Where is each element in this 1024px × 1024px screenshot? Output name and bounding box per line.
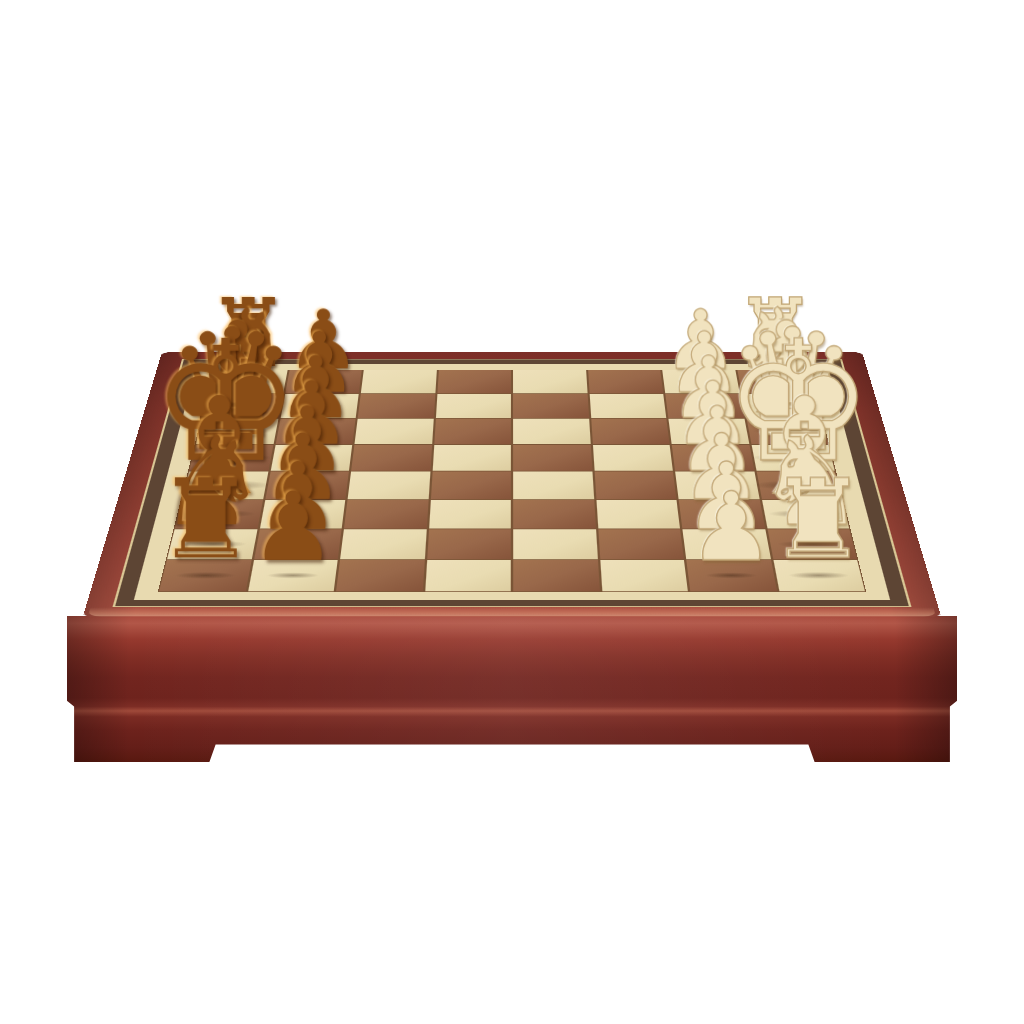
square-a4[interactable] — [513, 370, 587, 393]
white-rook-glyph: ♜ — [699, 466, 937, 576]
square-b4[interactable] — [513, 394, 589, 418]
square-d5[interactable] — [432, 445, 511, 471]
chess-board: ♜♟♟♜♞♟♟♞♝♟♟♝♛♟♟♛♚♟♟♚♝♟♟♝♞♟♟♞♜♟♟♜ — [83, 352, 942, 617]
square-h5[interactable] — [425, 560, 511, 591]
square-h1[interactable]: ♜ — [773, 560, 865, 591]
chess-set-photo: ♜♟♟♜♞♟♟♞♝♟♟♝♛♟♟♛♚♟♟♚♝♟♟♝♞♟♟♞♜♟♟♜ — [0, 0, 1024, 1024]
board-box-apron — [67, 616, 957, 762]
board-grid: ♜♟♟♜♞♟♟♞♝♟♟♝♛♟♟♛♚♟♟♚♝♟♟♝♞♟♟♞♜♟♟♜ — [158, 370, 867, 592]
square-e5[interactable] — [430, 472, 511, 499]
square-c5[interactable] — [434, 419, 511, 444]
square-f5[interactable] — [429, 500, 511, 529]
square-h7[interactable]: ♟ — [248, 560, 338, 591]
black-pawn-glyph: ♟ — [174, 480, 412, 575]
square-f4[interactable] — [513, 500, 595, 529]
square-d4[interactable] — [513, 445, 592, 471]
square-b5[interactable] — [435, 394, 511, 418]
square-e4[interactable] — [513, 472, 594, 499]
square-a5[interactable] — [437, 370, 511, 393]
square-h4[interactable] — [513, 560, 599, 591]
square-c4[interactable] — [513, 419, 590, 444]
